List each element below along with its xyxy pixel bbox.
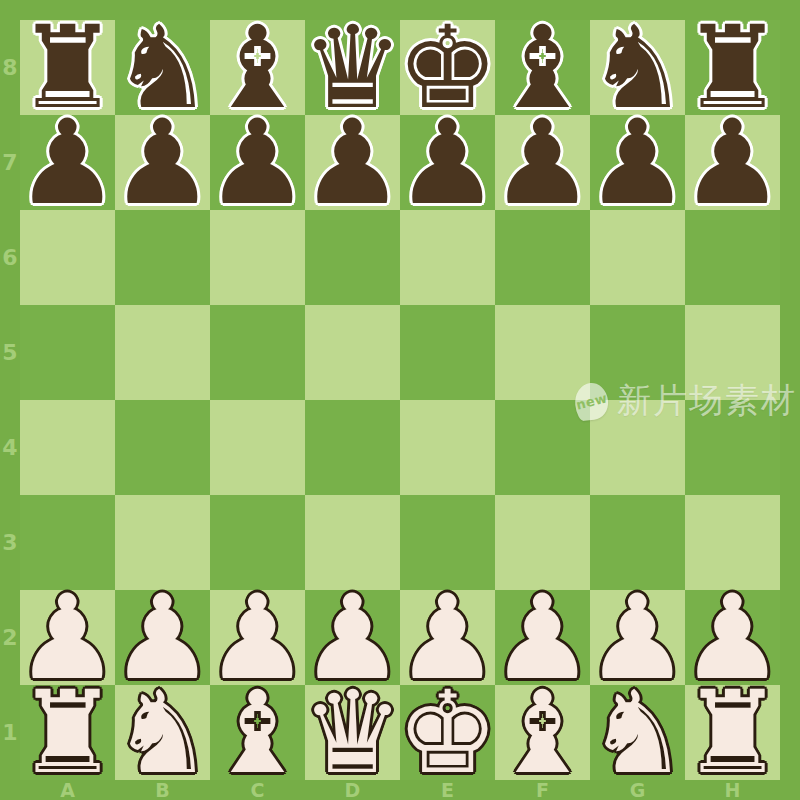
square-g1[interactable]: ♞ bbox=[590, 685, 685, 780]
piece-white-knight-b1[interactable]: ♞ bbox=[115, 685, 210, 780]
square-g4[interactable] bbox=[590, 400, 685, 495]
file-label-h: H bbox=[685, 780, 780, 800]
piece-black-pawn-c7[interactable]: ♟ bbox=[210, 115, 305, 210]
chessboard-stage: ♜♞♝♛♚♝♞♜♟♟♟♟♟♟♟♟♟♟♟♟♟♟♟♟♜♞♝♛♚♝♞♜ 8765432… bbox=[0, 0, 800, 800]
square-c4[interactable] bbox=[210, 400, 305, 495]
square-b5[interactable] bbox=[115, 305, 210, 400]
square-h5[interactable] bbox=[685, 305, 780, 400]
square-d5[interactable] bbox=[305, 305, 400, 400]
square-a4[interactable] bbox=[20, 400, 115, 495]
piece-black-pawn-a7[interactable]: ♟ bbox=[20, 115, 115, 210]
piece-white-bishop-c1[interactable]: ♝ bbox=[210, 685, 305, 780]
piece-black-pawn-f7[interactable]: ♟ bbox=[495, 115, 590, 210]
square-e1[interactable]: ♚ bbox=[400, 685, 495, 780]
file-label-d: D bbox=[305, 780, 400, 800]
piece-black-pawn-h7[interactable]: ♟ bbox=[685, 115, 780, 210]
square-f5[interactable] bbox=[495, 305, 590, 400]
square-a7[interactable]: ♟ bbox=[20, 115, 115, 210]
rank-label-7: 7 bbox=[0, 115, 20, 210]
rank-label-2: 2 bbox=[0, 590, 20, 685]
piece-black-pawn-b7[interactable]: ♟ bbox=[115, 115, 210, 210]
square-d7[interactable]: ♟ bbox=[305, 115, 400, 210]
piece-white-rook-h1[interactable]: ♜ bbox=[685, 685, 780, 780]
piece-white-knight-g1[interactable]: ♞ bbox=[590, 685, 685, 780]
square-b4[interactable] bbox=[115, 400, 210, 495]
file-label-f: F bbox=[495, 780, 590, 800]
piece-white-bishop-f1[interactable]: ♝ bbox=[495, 685, 590, 780]
rank-label-3: 3 bbox=[0, 495, 20, 590]
square-e4[interactable] bbox=[400, 400, 495, 495]
square-e7[interactable]: ♟ bbox=[400, 115, 495, 210]
square-c1[interactable]: ♝ bbox=[210, 685, 305, 780]
square-b1[interactable]: ♞ bbox=[115, 685, 210, 780]
rank-label-8: 8 bbox=[0, 20, 20, 115]
square-g5[interactable] bbox=[590, 305, 685, 400]
square-e5[interactable] bbox=[400, 305, 495, 400]
square-c7[interactable]: ♟ bbox=[210, 115, 305, 210]
square-h7[interactable]: ♟ bbox=[685, 115, 780, 210]
rank-label-5: 5 bbox=[0, 305, 20, 400]
piece-white-rook-a1[interactable]: ♜ bbox=[20, 685, 115, 780]
square-g7[interactable]: ♟ bbox=[590, 115, 685, 210]
square-a5[interactable] bbox=[20, 305, 115, 400]
piece-black-pawn-e7[interactable]: ♟ bbox=[400, 115, 495, 210]
square-f4[interactable] bbox=[495, 400, 590, 495]
piece-white-queen-d1[interactable]: ♛ bbox=[305, 685, 400, 780]
rank-label-1: 1 bbox=[0, 685, 20, 780]
rank-label-4: 4 bbox=[0, 400, 20, 495]
square-h4[interactable] bbox=[685, 400, 780, 495]
file-label-b: B bbox=[115, 780, 210, 800]
square-b7[interactable]: ♟ bbox=[115, 115, 210, 210]
square-a1[interactable]: ♜ bbox=[20, 685, 115, 780]
piece-black-pawn-d7[interactable]: ♟ bbox=[305, 115, 400, 210]
square-d4[interactable] bbox=[305, 400, 400, 495]
board-grid: ♜♞♝♛♚♝♞♜♟♟♟♟♟♟♟♟♟♟♟♟♟♟♟♟♜♞♝♛♚♝♞♜ bbox=[20, 20, 780, 780]
square-c5[interactable] bbox=[210, 305, 305, 400]
piece-black-pawn-g7[interactable]: ♟ bbox=[590, 115, 685, 210]
file-label-e: E bbox=[400, 780, 495, 800]
rank-label-6: 6 bbox=[0, 210, 20, 305]
piece-white-king-e1[interactable]: ♚ bbox=[400, 685, 495, 780]
square-f1[interactable]: ♝ bbox=[495, 685, 590, 780]
square-h1[interactable]: ♜ bbox=[685, 685, 780, 780]
file-label-g: G bbox=[590, 780, 685, 800]
square-d1[interactable]: ♛ bbox=[305, 685, 400, 780]
file-label-a: A bbox=[20, 780, 115, 800]
square-f7[interactable]: ♟ bbox=[495, 115, 590, 210]
file-label-c: C bbox=[210, 780, 305, 800]
